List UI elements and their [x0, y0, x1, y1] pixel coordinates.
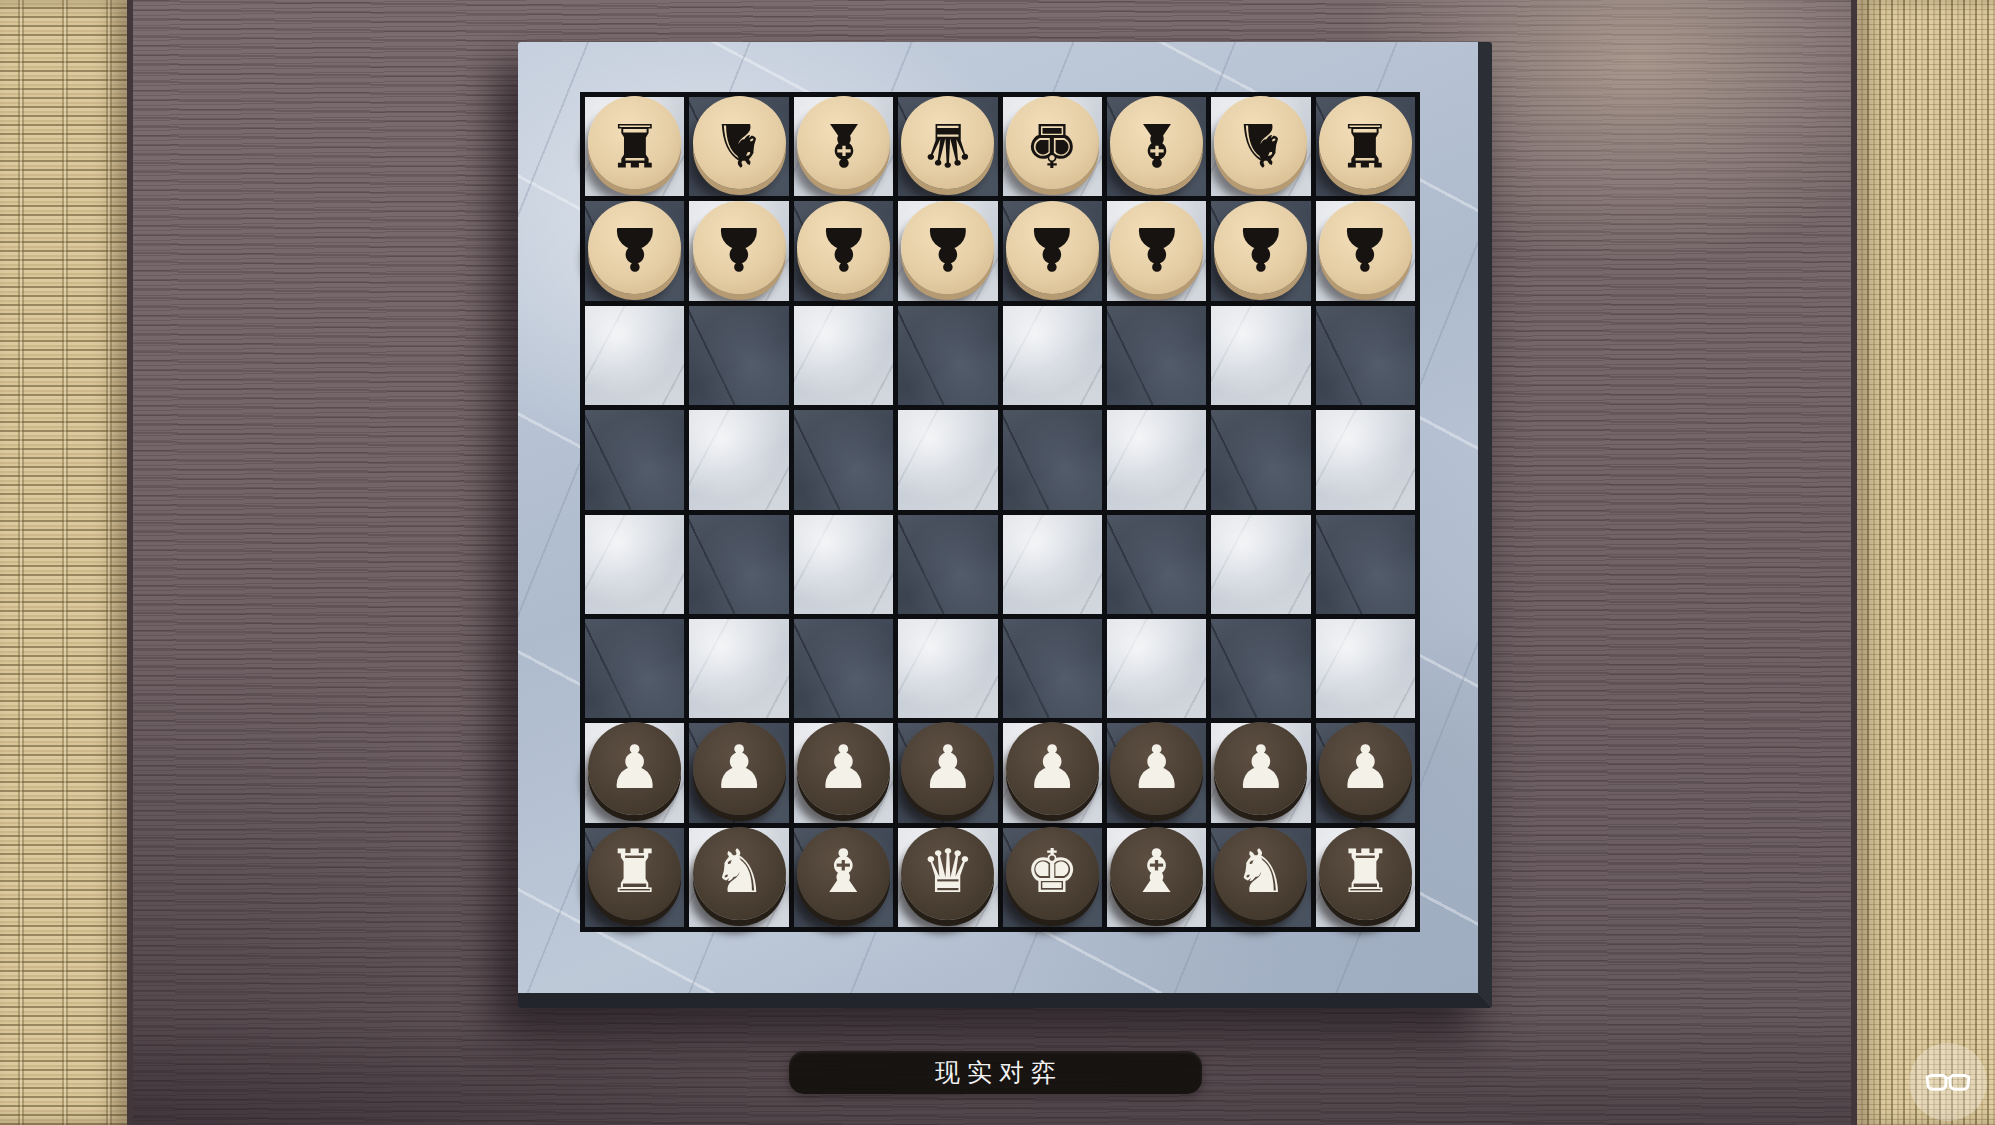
piece-glyph: ♟ — [1234, 219, 1288, 279]
white-pawn[interactable]: ♟ — [693, 722, 786, 815]
white-pawn[interactable]: ♟ — [1006, 722, 1099, 815]
square-b8[interactable]: ♞ — [689, 97, 788, 196]
white-queen[interactable]: ♛ — [901, 827, 994, 920]
play-mode-button[interactable]: 现实对弈 — [789, 1051, 1202, 1094]
square-a2[interactable]: ♟ — [585, 723, 684, 822]
square-e4[interactable] — [1003, 515, 1102, 614]
piece-glyph: ♛ — [921, 115, 975, 175]
black-pawn[interactable]: ♟ — [1006, 201, 1099, 294]
black-queen[interactable]: ♛ — [901, 96, 994, 189]
square-b7[interactable]: ♟ — [689, 201, 788, 300]
square-g5[interactable] — [1211, 410, 1310, 509]
square-h7[interactable]: ♟ — [1316, 201, 1415, 300]
white-bishop[interactable]: ♝ — [797, 827, 890, 920]
square-a1[interactable]: ♜ — [585, 828, 684, 927]
piece-glyph: ♝ — [1130, 115, 1184, 175]
square-b1[interactable]: ♞ — [689, 828, 788, 927]
square-b6[interactable] — [689, 306, 788, 405]
black-pawn[interactable]: ♟ — [901, 201, 994, 294]
black-pawn[interactable]: ♟ — [797, 201, 890, 294]
piece-glyph: ♟ — [608, 737, 662, 797]
piece-glyph: ♟ — [1130, 737, 1184, 797]
piece-glyph: ♞ — [1234, 115, 1288, 175]
square-e3[interactable] — [1003, 619, 1102, 718]
black-pawn[interactable]: ♟ — [693, 201, 786, 294]
black-pawn[interactable]: ♟ — [588, 201, 681, 294]
white-pawn[interactable]: ♟ — [588, 722, 681, 815]
white-pawn[interactable]: ♟ — [797, 722, 890, 815]
black-bishop[interactable]: ♝ — [1110, 96, 1203, 189]
square-f2[interactable]: ♟ — [1107, 723, 1206, 822]
square-b3[interactable] — [689, 619, 788, 718]
white-pawn[interactable]: ♟ — [1110, 722, 1203, 815]
square-g2[interactable]: ♟ — [1211, 723, 1310, 822]
white-knight[interactable]: ♞ — [1214, 827, 1307, 920]
black-bishop[interactable]: ♝ — [797, 96, 890, 189]
piece-glyph: ♜ — [608, 841, 662, 901]
square-d1[interactable]: ♛ — [898, 828, 997, 927]
piece-glyph: ♜ — [1338, 115, 1392, 175]
square-a3[interactable] — [585, 619, 684, 718]
piece-glyph: ♟ — [608, 219, 662, 279]
square-e5[interactable] — [1003, 410, 1102, 509]
square-a7[interactable]: ♟ — [585, 201, 684, 300]
piece-glyph: ♟ — [817, 737, 871, 797]
square-f1[interactable]: ♝ — [1107, 828, 1206, 927]
square-b4[interactable] — [689, 515, 788, 614]
piece-glyph: ♟ — [921, 737, 975, 797]
square-d3[interactable] — [898, 619, 997, 718]
black-rook[interactable]: ♜ — [588, 96, 681, 189]
square-f8[interactable]: ♝ — [1107, 97, 1206, 196]
piece-glyph: ♜ — [1338, 841, 1392, 901]
square-g3[interactable] — [1211, 619, 1310, 718]
spectator-button[interactable] — [1909, 1043, 1987, 1121]
square-d8[interactable]: ♛ — [898, 97, 997, 196]
square-c4[interactable] — [794, 515, 893, 614]
piece-glyph: ♟ — [712, 219, 766, 279]
piece-glyph: ♜ — [608, 115, 662, 175]
piece-glyph: ♚ — [1025, 115, 1079, 175]
square-e8[interactable]: ♚ — [1003, 97, 1102, 196]
white-knight[interactable]: ♞ — [693, 827, 786, 920]
black-knight[interactable]: ♞ — [693, 96, 786, 189]
square-f5[interactable] — [1107, 410, 1206, 509]
piece-glyph: ♟ — [1025, 737, 1079, 797]
chess-board-grid[interactable]: ♜♞♝♛♚♝♞♜♟♟♟♟♟♟♟♟♟♟♟♟♟♟♟♟♜♞♝♛♚♝♞♜ — [580, 92, 1420, 932]
square-h5[interactable] — [1316, 410, 1415, 509]
square-a5[interactable] — [585, 410, 684, 509]
square-d7[interactable]: ♟ — [898, 201, 997, 300]
tatami-mat-left — [0, 0, 133, 1125]
black-knight[interactable]: ♞ — [1214, 96, 1307, 189]
square-e7[interactable]: ♟ — [1003, 201, 1102, 300]
square-a4[interactable] — [585, 515, 684, 614]
piece-glyph: ♞ — [1234, 841, 1288, 901]
square-c6[interactable] — [794, 306, 893, 405]
square-g7[interactable]: ♟ — [1211, 201, 1310, 300]
black-pawn[interactable]: ♟ — [1319, 201, 1412, 294]
white-pawn[interactable]: ♟ — [1214, 722, 1307, 815]
white-king[interactable]: ♚ — [1006, 827, 1099, 920]
piece-glyph: ♝ — [817, 115, 871, 175]
black-king[interactable]: ♚ — [1006, 96, 1099, 189]
game-scene: ♜♞♝♛♚♝♞♜♟♟♟♟♟♟♟♟♟♟♟♟♟♟♟♟♜♞♝♛♚♝♞♜ 现实对弈 — [0, 0, 1995, 1125]
square-a8[interactable]: ♜ — [585, 97, 684, 196]
square-g1[interactable]: ♞ — [1211, 828, 1310, 927]
piece-glyph: ♟ — [712, 737, 766, 797]
square-g4[interactable] — [1211, 515, 1310, 614]
piece-glyph: ♚ — [1025, 841, 1079, 901]
square-c8[interactable]: ♝ — [794, 97, 893, 196]
square-d5[interactable] — [898, 410, 997, 509]
square-h6[interactable] — [1316, 306, 1415, 405]
piece-glyph: ♟ — [1025, 219, 1079, 279]
square-e6[interactable] — [1003, 306, 1102, 405]
white-pawn[interactable]: ♟ — [1319, 722, 1412, 815]
piece-glyph: ♟ — [817, 219, 871, 279]
square-f7[interactable]: ♟ — [1107, 201, 1206, 300]
piece-glyph: ♟ — [1130, 219, 1184, 279]
piece-glyph: ♝ — [1130, 841, 1184, 901]
white-rook[interactable]: ♜ — [1319, 827, 1412, 920]
piece-glyph: ♞ — [712, 115, 766, 175]
black-pawn[interactable]: ♟ — [1110, 201, 1203, 294]
square-h1[interactable]: ♜ — [1316, 828, 1415, 927]
square-b2[interactable]: ♟ — [689, 723, 788, 822]
tatami-mat-right — [1851, 0, 1995, 1125]
square-b5[interactable] — [689, 410, 788, 509]
square-c7[interactable]: ♟ — [794, 201, 893, 300]
piece-glyph: ♟ — [1234, 737, 1288, 797]
square-f6[interactable] — [1107, 306, 1206, 405]
piece-glyph: ♝ — [817, 841, 871, 901]
square-d6[interactable] — [898, 306, 997, 405]
square-f4[interactable] — [1107, 515, 1206, 614]
black-pawn[interactable]: ♟ — [1214, 201, 1307, 294]
white-bishop[interactable]: ♝ — [1110, 827, 1203, 920]
square-e2[interactable]: ♟ — [1003, 723, 1102, 822]
piece-glyph: ♟ — [921, 219, 975, 279]
square-h2[interactable]: ♟ — [1316, 723, 1415, 822]
square-c2[interactable]: ♟ — [794, 723, 893, 822]
square-h8[interactable]: ♜ — [1316, 97, 1415, 196]
piece-glyph: ♛ — [921, 841, 975, 901]
square-c3[interactable] — [794, 619, 893, 718]
square-e1[interactable]: ♚ — [1003, 828, 1102, 927]
glasses-icon — [1925, 1071, 1971, 1093]
square-h4[interactable] — [1316, 515, 1415, 614]
square-a6[interactable] — [585, 306, 684, 405]
white-rook[interactable]: ♜ — [588, 827, 681, 920]
square-d2[interactable]: ♟ — [898, 723, 997, 822]
white-pawn[interactable]: ♟ — [901, 722, 994, 815]
square-c1[interactable]: ♝ — [794, 828, 893, 927]
square-g8[interactable]: ♞ — [1211, 97, 1310, 196]
piece-glyph: ♞ — [712, 841, 766, 901]
chess-board: ♜♞♝♛♚♝♞♜♟♟♟♟♟♟♟♟♟♟♟♟♟♟♟♟♜♞♝♛♚♝♞♜ — [518, 42, 1492, 1008]
piece-glyph: ♟ — [1338, 219, 1392, 279]
square-f3[interactable] — [1107, 619, 1206, 718]
black-rook[interactable]: ♜ — [1319, 96, 1412, 189]
square-g6[interactable] — [1211, 306, 1310, 405]
square-d4[interactable] — [898, 515, 997, 614]
square-c5[interactable] — [794, 410, 893, 509]
square-h3[interactable] — [1316, 619, 1415, 718]
piece-glyph: ♟ — [1338, 737, 1392, 797]
